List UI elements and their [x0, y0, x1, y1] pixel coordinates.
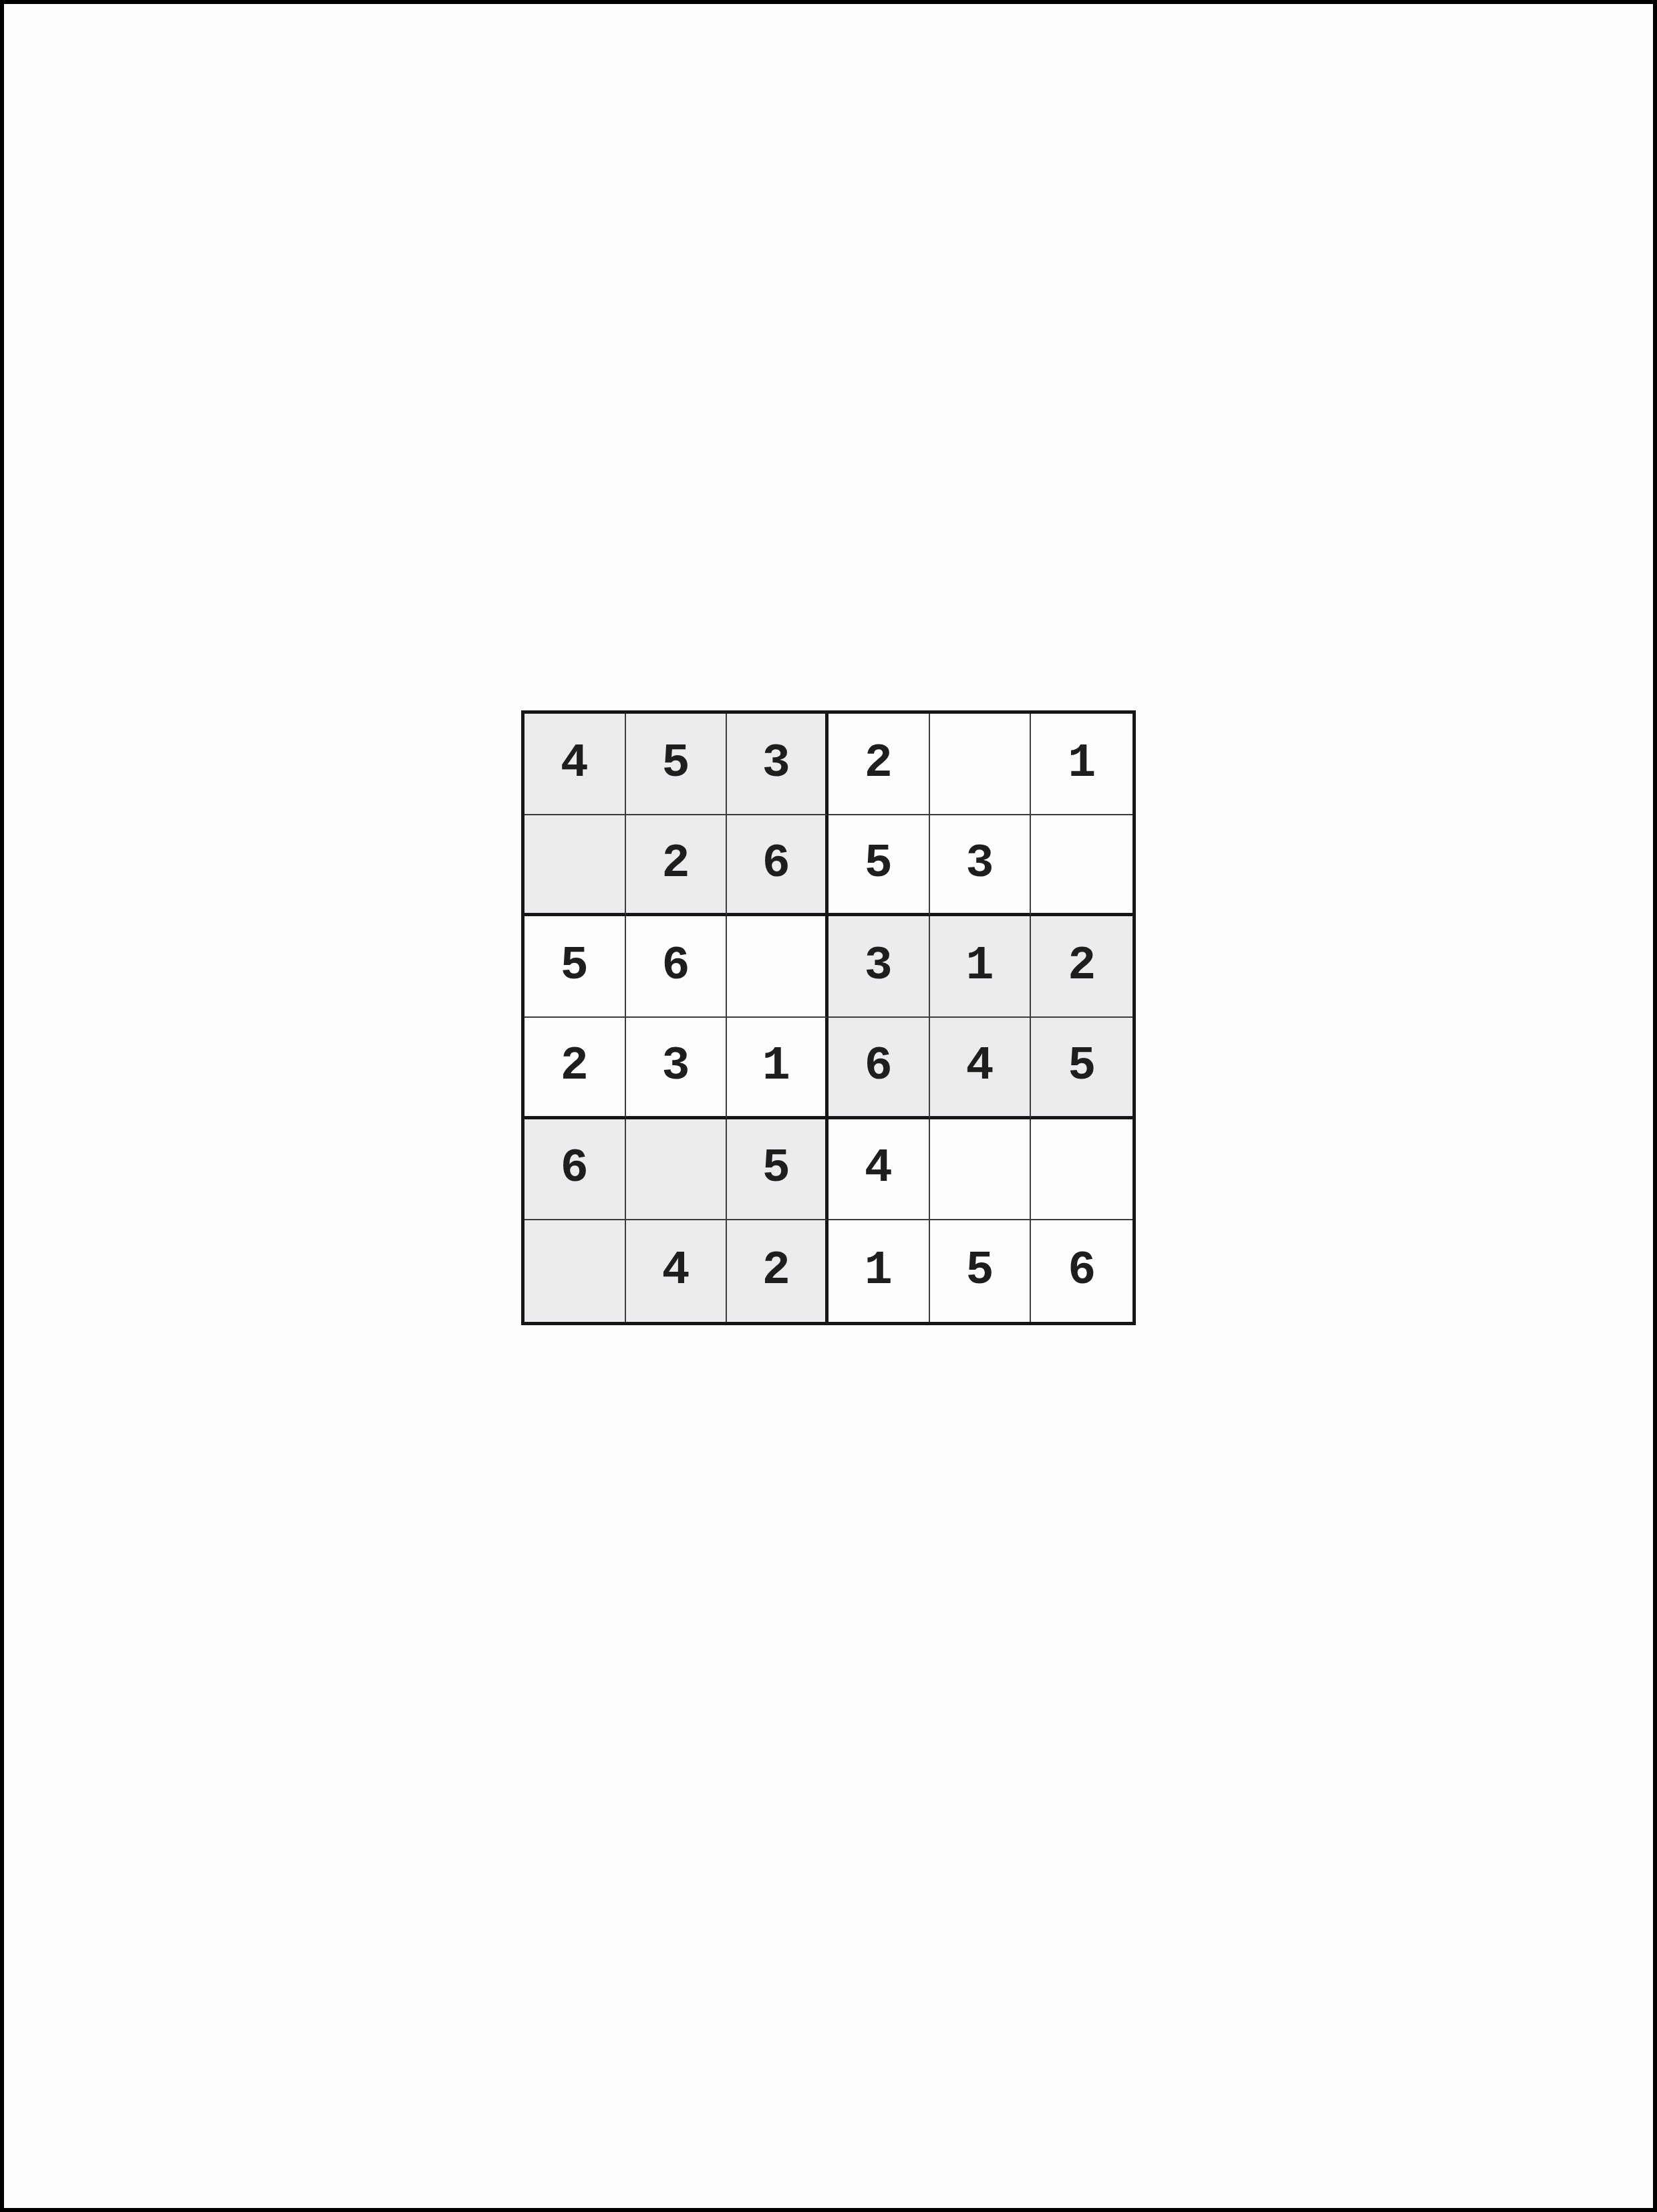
empty-cell-r5c5[interactable] — [930, 1119, 1032, 1221]
given-cell-r4c1: 2 — [524, 1018, 626, 1119]
given-cell-r6c5: 5 — [930, 1220, 1032, 1322]
given-cell-r2c4: 5 — [828, 815, 930, 917]
given-cell-r4c4: 6 — [828, 1018, 930, 1119]
given-cell-r4c3: 1 — [727, 1018, 828, 1119]
empty-cell-r3c3[interactable] — [727, 916, 828, 1018]
given-cell-r6c2: 4 — [626, 1220, 728, 1322]
given-cell-r2c5: 3 — [930, 815, 1032, 917]
given-cell-r2c2: 2 — [626, 815, 728, 917]
given-cell-r1c2: 5 — [626, 714, 728, 815]
given-cell-r3c4: 3 — [828, 916, 930, 1018]
given-cell-r3c6: 2 — [1031, 916, 1133, 1018]
given-cell-r2c3: 6 — [727, 815, 828, 917]
given-cell-r1c3: 3 — [727, 714, 828, 815]
empty-cell-r2c1[interactable] — [524, 815, 626, 917]
given-cell-r6c6: 6 — [1031, 1220, 1133, 1322]
given-cell-r1c6: 1 — [1031, 714, 1133, 815]
empty-cell-r5c6[interactable] — [1031, 1119, 1133, 1221]
empty-cell-r1c5[interactable] — [930, 714, 1032, 815]
empty-cell-r5c2[interactable] — [626, 1119, 728, 1221]
given-cell-r1c1: 4 — [524, 714, 626, 815]
given-cell-r4c5: 4 — [930, 1018, 1032, 1119]
given-cell-r3c5: 1 — [930, 916, 1032, 1018]
given-cell-r5c1: 6 — [524, 1119, 626, 1221]
given-cell-r3c1: 5 — [524, 916, 626, 1018]
given-cell-r6c4: 1 — [828, 1220, 930, 1322]
given-cell-r1c4: 2 — [828, 714, 930, 815]
empty-cell-r6c1[interactable] — [524, 1220, 626, 1322]
given-cell-r4c2: 3 — [626, 1018, 728, 1119]
sudoku-board: 4532126535631223164565442156 — [521, 710, 1136, 1325]
given-cell-r5c3: 5 — [727, 1119, 828, 1221]
scanned-page: 4532126535631223164565442156 — [4, 4, 1653, 2208]
empty-cell-r2c6[interactable] — [1031, 815, 1133, 917]
given-cell-r4c6: 5 — [1031, 1018, 1133, 1119]
given-cell-r3c2: 6 — [626, 916, 728, 1018]
given-cell-r5c4: 4 — [828, 1119, 930, 1221]
given-cell-r6c3: 2 — [727, 1220, 828, 1322]
